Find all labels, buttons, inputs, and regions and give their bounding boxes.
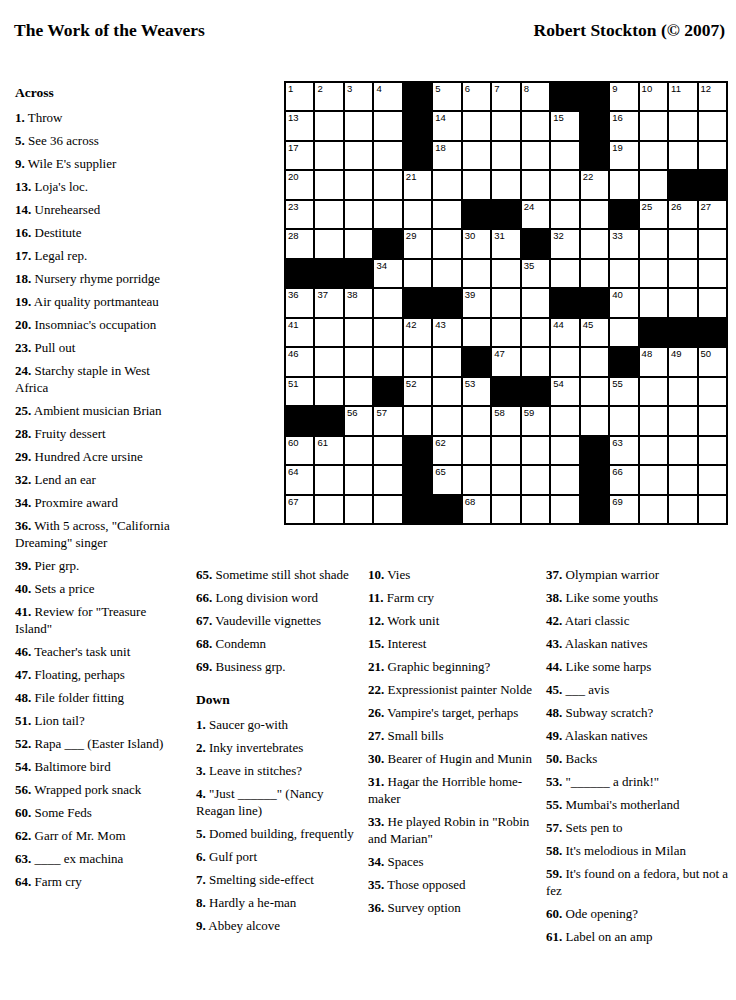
clue-number: 64. bbox=[15, 874, 31, 889]
grid-cell-r9c6[interactable]: 43 bbox=[433, 319, 460, 346]
grid-cell-r6c12[interactable]: 33 bbox=[610, 230, 637, 257]
grid-cell-r13c2[interactable]: 61 bbox=[315, 437, 342, 464]
clue-number: 60. bbox=[15, 805, 31, 820]
clue-down-44: 44. Like some harps bbox=[546, 658, 736, 675]
grid-cell-r15c12[interactable]: 69 bbox=[610, 496, 637, 523]
grid-cell-r10c9[interactable] bbox=[522, 348, 549, 375]
cell-number: 59 bbox=[524, 407, 535, 418]
grid-cell-r5c10[interactable] bbox=[551, 201, 578, 228]
grid-cell-r1c15[interactable]: 12 bbox=[699, 83, 726, 110]
grid-cell-r13c12[interactable]: 63 bbox=[610, 437, 637, 464]
cell-number: 6 bbox=[465, 83, 470, 94]
grid-cell-r7c12[interactable] bbox=[610, 260, 637, 287]
clue-number: 35. bbox=[368, 877, 384, 892]
grid-cell-r10c1[interactable]: 46 bbox=[286, 348, 313, 375]
clue-across-28: 28. Fruity dessert bbox=[15, 425, 185, 442]
grid-cell-r4c3[interactable] bbox=[345, 171, 372, 198]
grid-cell-r6c1[interactable]: 28 bbox=[286, 230, 313, 257]
clue-across-29: 29. Hundred Acre ursine bbox=[15, 448, 185, 465]
grid-cell-r14c8[interactable] bbox=[492, 466, 519, 493]
grid-cell-r10c13[interactable]: 48 bbox=[640, 348, 667, 375]
grid-cell-r7c15[interactable] bbox=[699, 260, 726, 287]
grid-cell-r12c3[interactable]: 56 bbox=[345, 407, 372, 434]
cell-number: 41 bbox=[288, 319, 299, 330]
grid-cell-r9c8[interactable] bbox=[492, 319, 519, 346]
grid-cell-r3c2[interactable] bbox=[315, 142, 342, 169]
grid-cell-r8c2[interactable]: 37 bbox=[315, 289, 342, 316]
grid-cell-r15c10[interactable] bbox=[551, 496, 578, 523]
grid-cell-r10c5[interactable] bbox=[404, 348, 431, 375]
grid-cell-r15c15[interactable] bbox=[699, 496, 726, 523]
grid-cell-r9c1[interactable]: 41 bbox=[286, 319, 313, 346]
grid-cell-r1c10 bbox=[551, 83, 578, 110]
cell-number: 32 bbox=[553, 230, 564, 241]
grid-cell-r6c5[interactable]: 29 bbox=[404, 230, 431, 257]
clue-down-11: 11. Farm cry bbox=[368, 589, 546, 606]
grid-cell-r2c8[interactable] bbox=[492, 112, 519, 139]
grid-cell-r1c6[interactable]: 5 bbox=[433, 83, 460, 110]
grid-cell-r10c10[interactable] bbox=[551, 348, 578, 375]
grid-cell-r14c10[interactable] bbox=[551, 466, 578, 493]
grid-cell-r3c5 bbox=[404, 142, 431, 169]
grid-cell-r2c14[interactable] bbox=[669, 112, 696, 139]
clue-down-38: 38. Like some youths bbox=[546, 589, 736, 606]
grid-cell-r9c7[interactable] bbox=[463, 319, 490, 346]
grid-cell-r12c8[interactable]: 58 bbox=[492, 407, 519, 434]
grid-cell-r1c11 bbox=[581, 83, 608, 110]
grid-cell-r14c1[interactable]: 64 bbox=[286, 466, 313, 493]
clue-number: 34. bbox=[15, 495, 31, 510]
grid-cell-r3c13[interactable] bbox=[640, 142, 667, 169]
grid-cell-r15c6 bbox=[433, 496, 460, 523]
grid-cell-r2c7[interactable] bbox=[463, 112, 490, 139]
grid-cell-r13c14[interactable] bbox=[669, 437, 696, 464]
grid-cell-r12c7[interactable] bbox=[463, 407, 490, 434]
grid-cell-r8c10 bbox=[551, 289, 578, 316]
cell-number: 3 bbox=[347, 83, 352, 94]
grid-cell-r5c6[interactable] bbox=[433, 201, 460, 228]
grid-cell-r10c2[interactable] bbox=[315, 348, 342, 375]
grid-cell-r15c9[interactable] bbox=[522, 496, 549, 523]
grid-cell-r3c15[interactable] bbox=[699, 142, 726, 169]
cell-number: 19 bbox=[612, 142, 623, 153]
clue-down-1: 1. Saucer go-with bbox=[196, 716, 362, 733]
clue-number: 17. bbox=[15, 248, 31, 263]
grid-cell-r5c13[interactable]: 25 bbox=[640, 201, 667, 228]
grid-cell-r6c15[interactable] bbox=[699, 230, 726, 257]
grid-cell-r11c14[interactable] bbox=[669, 378, 696, 405]
cell-number: 61 bbox=[317, 437, 328, 448]
grid-cell-r14c9[interactable] bbox=[522, 466, 549, 493]
clue-number: 3. bbox=[196, 763, 206, 778]
cell-number: 68 bbox=[465, 496, 476, 507]
grid-cell-r15c8[interactable] bbox=[492, 496, 519, 523]
grid-cell-r5c11[interactable] bbox=[581, 201, 608, 228]
grid-cell-r4c10[interactable] bbox=[551, 171, 578, 198]
grid-cell-r13c8[interactable] bbox=[492, 437, 519, 464]
clue-number: 46. bbox=[15, 644, 31, 659]
clue-number: 22. bbox=[368, 682, 384, 697]
grid-cell-r1c4[interactable]: 4 bbox=[374, 83, 401, 110]
grid-cell-r10c12 bbox=[610, 348, 637, 375]
grid-cell-r11c5[interactable]: 52 bbox=[404, 378, 431, 405]
cell-number: 46 bbox=[288, 348, 299, 359]
clue-number: 43. bbox=[546, 636, 562, 651]
grid-cell-r6c2[interactable] bbox=[315, 230, 342, 257]
grid-cell-r8c11 bbox=[581, 289, 608, 316]
grid-cell-r13c9[interactable] bbox=[522, 437, 549, 464]
grid-cell-r12c10[interactable] bbox=[551, 407, 578, 434]
grid-cell-r14c13[interactable] bbox=[640, 466, 667, 493]
grid-cell-r13c13[interactable] bbox=[640, 437, 667, 464]
grid-cell-r9c9[interactable] bbox=[522, 319, 549, 346]
cell-number: 69 bbox=[612, 496, 623, 507]
grid-cell-r14c6[interactable]: 65 bbox=[433, 466, 460, 493]
grid-cell-r3c7[interactable] bbox=[463, 142, 490, 169]
grid-cell-r7c9[interactable]: 35 bbox=[522, 260, 549, 287]
grid-cell-r15c1[interactable]: 67 bbox=[286, 496, 313, 523]
grid-cell-r6c13[interactable] bbox=[640, 230, 667, 257]
clue-down-15: 15. Interest bbox=[368, 635, 546, 652]
grid-cell-r2c2[interactable] bbox=[315, 112, 342, 139]
clue-number: 48. bbox=[15, 690, 31, 705]
cell-number: 15 bbox=[553, 112, 564, 123]
cell-number: 50 bbox=[701, 348, 712, 359]
grid-cell-r6c14[interactable] bbox=[669, 230, 696, 257]
grid-cell-r10c14[interactable]: 49 bbox=[669, 348, 696, 375]
clue-across-69: 69. Business grp. bbox=[196, 658, 362, 675]
grid-cell-r2c5 bbox=[404, 112, 431, 139]
page-title: The Work of the Weavers bbox=[14, 20, 205, 41]
clue-down-10: 10. Vies bbox=[368, 566, 546, 583]
cell-number: 25 bbox=[642, 201, 653, 212]
grid-cell-r9c12[interactable] bbox=[610, 319, 637, 346]
grid-cell-r14c7[interactable] bbox=[463, 466, 490, 493]
cell-number: 42 bbox=[406, 319, 417, 330]
grid-cell-r1c9[interactable]: 8 bbox=[522, 83, 549, 110]
grid-cell-r11c11[interactable] bbox=[581, 378, 608, 405]
clue-down-3: 3. Leave in stitches? bbox=[196, 762, 362, 779]
clue-number: 62. bbox=[15, 828, 31, 843]
clue-number: 6. bbox=[196, 849, 206, 864]
grid-cell-r2c13[interactable] bbox=[640, 112, 667, 139]
grid-cell-r11c13[interactable] bbox=[640, 378, 667, 405]
clue-across-46: 46. Teacher's task unit bbox=[15, 643, 185, 660]
grid-cell-r5c14[interactable]: 26 bbox=[669, 201, 696, 228]
grid-cell-r5c5[interactable] bbox=[404, 201, 431, 228]
grid-cell-r12c15[interactable] bbox=[699, 407, 726, 434]
grid-cell-r9c3[interactable] bbox=[345, 319, 372, 346]
clue-across-68: 68. Condemn bbox=[196, 635, 362, 652]
grid-cell-r3c12[interactable]: 19 bbox=[610, 142, 637, 169]
grid-cell-r11c15[interactable] bbox=[699, 378, 726, 405]
grid-cell-r3c1[interactable]: 17 bbox=[286, 142, 313, 169]
grid-cell-r12c9[interactable]: 59 bbox=[522, 407, 549, 434]
clue-down-42: 42. Atari classic bbox=[546, 612, 736, 629]
cell-number: 10 bbox=[642, 83, 653, 94]
cell-number: 49 bbox=[671, 348, 682, 359]
grid-cell-r7c8[interactable] bbox=[492, 260, 519, 287]
clue-down-2: 2. Inky invertebrates bbox=[196, 739, 362, 756]
grid-cell-r8c15[interactable] bbox=[699, 289, 726, 316]
across-heading: Across bbox=[15, 84, 185, 101]
grid-cell-r9c13 bbox=[640, 319, 667, 346]
cell-number: 18 bbox=[435, 142, 446, 153]
clue-down-43: 43. Alaskan natives bbox=[546, 635, 736, 652]
grid-cell-r11c8 bbox=[492, 378, 519, 405]
clue-across-36: 36. With 5 across, "California Dreaming"… bbox=[15, 517, 185, 551]
grid-cell-r3c6[interactable]: 18 bbox=[433, 142, 460, 169]
grid-cell-r13c6[interactable]: 62 bbox=[433, 437, 460, 464]
grid-cell-r12c6[interactable] bbox=[433, 407, 460, 434]
clue-down-26: 26. Vampire's target, perhaps bbox=[368, 704, 546, 721]
cell-number: 13 bbox=[288, 112, 299, 123]
grid-cell-r13c4[interactable] bbox=[374, 437, 401, 464]
grid-cell-r9c5[interactable]: 42 bbox=[404, 319, 431, 346]
clue-number: 8. bbox=[196, 895, 206, 910]
grid-cell-r10c8[interactable]: 47 bbox=[492, 348, 519, 375]
clue-across-16: 16. Destitute bbox=[15, 224, 185, 241]
grid-cell-r12c4[interactable]: 57 bbox=[374, 407, 401, 434]
grid-cell-r15c13[interactable] bbox=[640, 496, 667, 523]
grid-cell-r14c14[interactable] bbox=[669, 466, 696, 493]
grid-cell-r5c9[interactable]: 24 bbox=[522, 201, 549, 228]
grid-cell-r2c15[interactable] bbox=[699, 112, 726, 139]
grid-cell-r6c3[interactable] bbox=[345, 230, 372, 257]
clue-number: 60. bbox=[546, 906, 562, 921]
clue-number: 52. bbox=[15, 736, 31, 751]
clue-across-63: 63. ____ ex machina bbox=[15, 850, 185, 867]
grid-cell-r5c4[interactable] bbox=[374, 201, 401, 228]
grid-cell-r1c7[interactable]: 6 bbox=[463, 83, 490, 110]
grid-cell-r13c3[interactable] bbox=[345, 437, 372, 464]
clue-across-48: 48. File folder fitting bbox=[15, 689, 185, 706]
grid-cell-r13c1[interactable]: 60 bbox=[286, 437, 313, 464]
grid-cell-r14c12[interactable]: 66 bbox=[610, 466, 637, 493]
grid-cell-r15c14[interactable] bbox=[669, 496, 696, 523]
grid-cell-r7c10[interactable] bbox=[551, 260, 578, 287]
grid-cell-r8c7[interactable]: 39 bbox=[463, 289, 490, 316]
grid-cell-r7c13[interactable] bbox=[640, 260, 667, 287]
grid-cell-r4c13[interactable] bbox=[640, 171, 667, 198]
grid-cell-r12c14[interactable] bbox=[669, 407, 696, 434]
grid-cell-r11c6[interactable] bbox=[433, 378, 460, 405]
grid-cell-r11c12[interactable]: 55 bbox=[610, 378, 637, 405]
grid-cell-r3c4[interactable] bbox=[374, 142, 401, 169]
grid-cell-r4c5[interactable]: 21 bbox=[404, 171, 431, 198]
grid-cell-r14c15[interactable] bbox=[699, 466, 726, 493]
grid-cell-r7c4[interactable]: 34 bbox=[374, 260, 401, 287]
grid-cell-r3c10[interactable] bbox=[551, 142, 578, 169]
clue-number: 65. bbox=[196, 567, 212, 582]
grid-cell-r2c4[interactable] bbox=[374, 112, 401, 139]
grid-cell-r10c4[interactable] bbox=[374, 348, 401, 375]
clue-down-35: 35. Those opposed bbox=[368, 876, 546, 893]
grid-cell-r7c2 bbox=[315, 260, 342, 287]
clue-number: 58. bbox=[546, 843, 562, 858]
cell-number: 28 bbox=[288, 230, 299, 241]
grid-cell-r1c14[interactable]: 11 bbox=[669, 83, 696, 110]
cell-number: 55 bbox=[612, 378, 623, 389]
grid-cell-r4c9[interactable] bbox=[522, 171, 549, 198]
grid-cell-r15c2[interactable] bbox=[315, 496, 342, 523]
grid-cell-r8c9[interactable] bbox=[522, 289, 549, 316]
grid-cell-r13c10[interactable] bbox=[551, 437, 578, 464]
clue-number: 34. bbox=[368, 854, 384, 869]
grid-cell-r1c13[interactable]: 10 bbox=[640, 83, 667, 110]
grid-cell-r9c2[interactable] bbox=[315, 319, 342, 346]
clue-across-14: 14. Unrehearsed bbox=[15, 201, 185, 218]
grid-cell-r6c8[interactable]: 31 bbox=[492, 230, 519, 257]
grid-cell-r9c11[interactable]: 45 bbox=[581, 319, 608, 346]
grid-cell-r1c3[interactable]: 3 bbox=[345, 83, 372, 110]
grid-cell-r15c3[interactable] bbox=[345, 496, 372, 523]
clue-number: 14. bbox=[15, 202, 31, 217]
grid-cell-r3c9[interactable] bbox=[522, 142, 549, 169]
grid-cell-r8c14[interactable] bbox=[669, 289, 696, 316]
grid-cell-r4c2[interactable] bbox=[315, 171, 342, 198]
grid-cell-r10c7 bbox=[463, 348, 490, 375]
grid-cell-r2c10[interactable]: 15 bbox=[551, 112, 578, 139]
grid-cell-r8c12[interactable]: 40 bbox=[610, 289, 637, 316]
grid-cell-r12c12[interactable] bbox=[610, 407, 637, 434]
grid-cell-r1c12[interactable]: 9 bbox=[610, 83, 637, 110]
grid-cell-r1c2[interactable]: 2 bbox=[315, 83, 342, 110]
cell-number: 17 bbox=[288, 142, 299, 153]
grid-cell-r2c9[interactable] bbox=[522, 112, 549, 139]
clue-down-30: 30. Bearer of Hugin and Munin bbox=[368, 750, 546, 767]
grid-cell-r4c6[interactable] bbox=[433, 171, 460, 198]
grid-cell-r10c11[interactable] bbox=[581, 348, 608, 375]
grid-cell-r4c11[interactable]: 22 bbox=[581, 171, 608, 198]
clue-down-45: 45. ___ avis bbox=[546, 681, 736, 698]
grid-cell-r14c4[interactable] bbox=[374, 466, 401, 493]
grid-cell-r10c3[interactable] bbox=[345, 348, 372, 375]
grid-cell-r11c3[interactable] bbox=[345, 378, 372, 405]
grid-cell-r6c10[interactable]: 32 bbox=[551, 230, 578, 257]
grid-cell-r7c11[interactable] bbox=[581, 260, 608, 287]
grid-cell-r5c3[interactable] bbox=[345, 201, 372, 228]
clue-down-6: 6. Gulf port bbox=[196, 848, 362, 865]
clue-across-20: 20. Insomniac's occupation bbox=[15, 316, 185, 333]
clue-column-1: Across 1. Throw5. See 36 across9. Wile E… bbox=[15, 84, 185, 896]
cell-number: 60 bbox=[288, 437, 299, 448]
grid-cell-r8c13[interactable] bbox=[640, 289, 667, 316]
grid-cell-r5c1[interactable]: 23 bbox=[286, 201, 313, 228]
clue-number: 26. bbox=[368, 705, 384, 720]
cell-number: 1 bbox=[288, 83, 293, 94]
grid-cell-r4c1[interactable]: 20 bbox=[286, 171, 313, 198]
grid-cell-r15c5 bbox=[404, 496, 431, 523]
grid-cell-r12c5[interactable] bbox=[404, 407, 431, 434]
clue-number: 66. bbox=[196, 590, 212, 605]
clue-down-4: 4. "Just ______" (Nancy Reagan line) bbox=[196, 785, 362, 819]
cell-number: 63 bbox=[612, 437, 623, 448]
grid-cell-r3c14[interactable] bbox=[669, 142, 696, 169]
clue-across-34: 34. Proxmire award bbox=[15, 494, 185, 511]
grid-cell-r6c7[interactable]: 30 bbox=[463, 230, 490, 257]
grid-cell-r15c7[interactable]: 68 bbox=[463, 496, 490, 523]
grid-cell-r10c6[interactable] bbox=[433, 348, 460, 375]
grid-cell-r11c7[interactable]: 53 bbox=[463, 378, 490, 405]
grid-cell-r2c12[interactable]: 16 bbox=[610, 112, 637, 139]
grid-cell-r7c14[interactable] bbox=[669, 260, 696, 287]
grid-cell-r10c15[interactable]: 50 bbox=[699, 348, 726, 375]
grid-cell-r3c3[interactable] bbox=[345, 142, 372, 169]
clue-column-4: 37. Olympian warrior38. Like some youths… bbox=[546, 566, 736, 951]
grid-cell-r8c4[interactable] bbox=[374, 289, 401, 316]
grid-cell-r8c1[interactable]: 36 bbox=[286, 289, 313, 316]
grid-cell-r9c10[interactable]: 44 bbox=[551, 319, 578, 346]
cell-number: 26 bbox=[671, 201, 682, 212]
grid-cell-r11c1[interactable]: 51 bbox=[286, 378, 313, 405]
grid-cell-r5c15[interactable]: 27 bbox=[699, 201, 726, 228]
grid-cell-r8c3[interactable]: 38 bbox=[345, 289, 372, 316]
clue-number: 33. bbox=[368, 814, 384, 829]
grid-cell-r14c11 bbox=[581, 466, 608, 493]
clue-number: 10. bbox=[368, 567, 384, 582]
grid-cell-r2c1[interactable]: 13 bbox=[286, 112, 313, 139]
crossword-grid: 1234567891011121314151617181920212223242… bbox=[284, 81, 728, 525]
grid-cell-r4c4[interactable] bbox=[374, 171, 401, 198]
clue-number: 37. bbox=[546, 567, 562, 582]
grid-cell-r9c4[interactable] bbox=[374, 319, 401, 346]
grid-cell-r1c1[interactable]: 1 bbox=[286, 83, 313, 110]
grid-cell-r13c7[interactable] bbox=[463, 437, 490, 464]
clue-number: 28. bbox=[15, 426, 31, 441]
clue-number: 5. bbox=[196, 826, 206, 841]
cell-number: 8 bbox=[524, 83, 529, 94]
grid-cell-r14c3[interactable] bbox=[345, 466, 372, 493]
grid-cell-r4c14 bbox=[669, 171, 696, 198]
grid-cell-r4c8[interactable] bbox=[492, 171, 519, 198]
cell-number: 37 bbox=[317, 289, 328, 300]
clue-number: 9. bbox=[196, 918, 206, 933]
grid-cell-r7c6[interactable] bbox=[433, 260, 460, 287]
grid-cell-r8c6 bbox=[433, 289, 460, 316]
cell-number: 45 bbox=[583, 319, 594, 330]
grid-cell-r7c5[interactable] bbox=[404, 260, 431, 287]
grid-cell-r13c15[interactable] bbox=[699, 437, 726, 464]
grid-cell-r7c7[interactable] bbox=[463, 260, 490, 287]
grid-cell-r14c2[interactable] bbox=[315, 466, 342, 493]
clue-across-66: 66. Long division word bbox=[196, 589, 362, 606]
grid-cell-r1c8[interactable]: 7 bbox=[492, 83, 519, 110]
grid-cell-r2c6[interactable]: 14 bbox=[433, 112, 460, 139]
grid-cell-r11c2[interactable] bbox=[315, 378, 342, 405]
grid-cell-r6c11[interactable] bbox=[581, 230, 608, 257]
grid-cell-r12c13[interactable] bbox=[640, 407, 667, 434]
grid-cell-r5c2[interactable] bbox=[315, 201, 342, 228]
clue-number: 38. bbox=[546, 590, 562, 605]
grid-cell-r5c12 bbox=[610, 201, 637, 228]
grid-cell-r4c12[interactable] bbox=[610, 171, 637, 198]
grid-cell-r11c10[interactable]: 54 bbox=[551, 378, 578, 405]
grid-cell-r8c8[interactable] bbox=[492, 289, 519, 316]
grid-cell-r6c6[interactable] bbox=[433, 230, 460, 257]
clue-number: 11. bbox=[368, 590, 384, 605]
clue-number: 61. bbox=[546, 929, 562, 944]
grid-cell-r12c11[interactable] bbox=[581, 407, 608, 434]
cell-number: 14 bbox=[435, 112, 446, 123]
grid-cell-r3c8[interactable] bbox=[492, 142, 519, 169]
cell-number: 57 bbox=[376, 407, 387, 418]
grid-cell-r15c4[interactable] bbox=[374, 496, 401, 523]
grid-cell-r2c3[interactable] bbox=[345, 112, 372, 139]
grid-cell-r9c14 bbox=[669, 319, 696, 346]
cell-number: 4 bbox=[376, 83, 381, 94]
grid-cell-r4c7[interactable] bbox=[463, 171, 490, 198]
